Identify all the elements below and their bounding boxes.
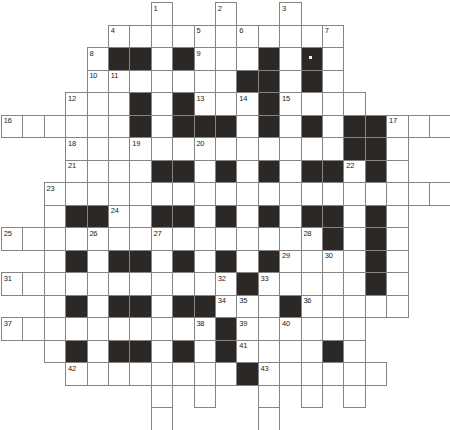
white-cell-r1c13[interactable] bbox=[279, 25, 301, 49]
white-cell-r4c10[interactable] bbox=[215, 92, 237, 116]
white-cell-r5c0[interactable]: 16 bbox=[1, 115, 23, 139]
white-cell-r6c12[interactable] bbox=[258, 137, 280, 161]
black-cell-r5c17 bbox=[365, 115, 387, 139]
white-cell-r15c9[interactable] bbox=[194, 340, 216, 364]
white-cell-r2c13[interactable] bbox=[279, 47, 301, 71]
white-cell-r10c7[interactable]: 27 bbox=[151, 227, 173, 251]
clue-number-13: 13 bbox=[196, 94, 204, 103]
white-cell-r10c9[interactable] bbox=[194, 227, 216, 251]
white-cell-r6c8[interactable] bbox=[172, 137, 194, 161]
white-cell-r16c5[interactable] bbox=[108, 362, 130, 386]
white-cell-r16c6[interactable] bbox=[129, 362, 151, 386]
black-cell-r5c14 bbox=[301, 115, 323, 139]
white-cell-r6c4[interactable] bbox=[87, 137, 109, 161]
white-cell-r4c7[interactable] bbox=[151, 92, 173, 116]
white-cell-r6c18[interactable] bbox=[386, 137, 408, 161]
white-cell-r9c11[interactable] bbox=[236, 205, 258, 229]
white-cell-r5c2[interactable] bbox=[44, 115, 66, 139]
clue-number-17: 17 bbox=[389, 116, 397, 125]
white-cell-r16c10[interactable] bbox=[215, 362, 237, 386]
white-cell-r14c14[interactable] bbox=[301, 317, 323, 341]
white-cell-r10c6[interactable] bbox=[129, 227, 151, 251]
white-cell-r15c2[interactable] bbox=[44, 340, 66, 364]
clue-number-24: 24 bbox=[111, 206, 119, 215]
white-cell-r16c8[interactable] bbox=[172, 362, 194, 386]
white-cell-r8c13[interactable] bbox=[279, 182, 301, 206]
white-cell-r3c10[interactable] bbox=[215, 70, 237, 94]
white-cell-r11c4[interactable] bbox=[87, 250, 109, 274]
white-cell-r1c9[interactable]: 5 bbox=[194, 25, 216, 49]
white-cell-r13c4[interactable] bbox=[87, 295, 109, 319]
black-cell-r11c10 bbox=[215, 250, 237, 274]
white-cell-r14c8[interactable] bbox=[172, 317, 194, 341]
clue-number-38: 38 bbox=[196, 319, 204, 328]
white-cell-r7c13[interactable] bbox=[279, 160, 301, 184]
white-cell-r17c16[interactable] bbox=[343, 385, 365, 409]
clue-number-6: 6 bbox=[239, 26, 243, 35]
white-cell-r1c6[interactable] bbox=[129, 25, 151, 49]
black-cell-r9c8 bbox=[172, 205, 194, 229]
white-cell-r13c7[interactable] bbox=[151, 295, 173, 319]
white-cell-r14c7[interactable] bbox=[151, 317, 173, 341]
white-cell-r9c18[interactable] bbox=[386, 205, 408, 229]
white-cell-r11c16[interactable] bbox=[343, 250, 365, 274]
white-cell-r2c7[interactable] bbox=[151, 47, 173, 71]
black-cell-r13c9 bbox=[194, 295, 216, 319]
black-cell-r9c4 bbox=[87, 205, 109, 229]
black-cell-r10c17 bbox=[365, 227, 387, 251]
black-cell-r15c3 bbox=[65, 340, 87, 364]
white-cell-r11c9[interactable] bbox=[194, 250, 216, 274]
black-cell-r10c15 bbox=[322, 227, 344, 251]
white-cell-r1c12[interactable] bbox=[258, 25, 280, 49]
white-cell-r5c11[interactable] bbox=[236, 115, 258, 139]
white-cell-r16c13[interactable] bbox=[279, 362, 301, 386]
white-cell-r14c6[interactable] bbox=[129, 317, 151, 341]
black-cell-r9c14 bbox=[301, 205, 323, 229]
white-cell-r13c11[interactable]: 35 bbox=[236, 295, 258, 319]
black-cell-r7c17 bbox=[365, 160, 387, 184]
white-cell-r1c5[interactable]: 4 bbox=[108, 25, 130, 49]
white-cell-r12c4[interactable] bbox=[87, 272, 109, 296]
white-cell-r12c5[interactable] bbox=[108, 272, 130, 296]
white-cell-r15c16[interactable] bbox=[343, 340, 365, 364]
white-cell-r2c9[interactable]: 9 bbox=[194, 47, 216, 71]
white-cell-r12c16[interactable] bbox=[343, 272, 365, 296]
white-cell-r13c18[interactable] bbox=[386, 295, 408, 319]
white-cell-r10c14[interactable]: 28 bbox=[301, 227, 323, 251]
white-cell-r6c3[interactable]: 18 bbox=[65, 137, 87, 161]
white-cell-r10c11[interactable] bbox=[236, 227, 258, 251]
black-cell-r12c17 bbox=[365, 272, 387, 296]
white-cell-r10c10[interactable] bbox=[215, 227, 237, 251]
white-cell-r5c15[interactable] bbox=[322, 115, 344, 139]
white-cell-r12c15[interactable] bbox=[322, 272, 344, 296]
white-cell-r4c11[interactable]: 14 bbox=[236, 92, 258, 116]
white-cell-r14c0[interactable]: 37 bbox=[1, 317, 23, 341]
black-cell-r6c17 bbox=[365, 137, 387, 161]
white-cell-r6c10[interactable] bbox=[215, 137, 237, 161]
black-cell-r15c8 bbox=[172, 340, 194, 364]
clue-number-18: 18 bbox=[68, 139, 76, 148]
black-cell-r7c7 bbox=[151, 160, 173, 184]
white-cell-r6c13[interactable] bbox=[279, 137, 301, 161]
white-cell-r8c12[interactable] bbox=[258, 182, 280, 206]
white-cell-r3c4[interactable]: 10 bbox=[87, 70, 109, 94]
white-cell-r10c16[interactable] bbox=[343, 227, 365, 251]
white-cell-r11c15[interactable]: 30 bbox=[322, 250, 344, 274]
white-cell-r10c1[interactable] bbox=[22, 227, 44, 251]
white-cell-r16c12[interactable]: 43 bbox=[258, 362, 280, 386]
white-cell-r12c0[interactable]: 31 bbox=[1, 272, 23, 296]
black-cell-r5c6 bbox=[129, 115, 151, 139]
white-cell-r12c1[interactable] bbox=[22, 272, 44, 296]
white-cell-r10c0[interactable]: 25 bbox=[1, 227, 23, 251]
white-cell-r11c7[interactable] bbox=[151, 250, 173, 274]
black-cell-r9c7 bbox=[151, 205, 173, 229]
white-cell-r9c16[interactable] bbox=[343, 205, 365, 229]
white-cell-r5c1[interactable] bbox=[22, 115, 44, 139]
white-cell-r13c17[interactable] bbox=[365, 295, 387, 319]
white-cell-r9c2[interactable] bbox=[44, 205, 66, 229]
white-cell-r1c11[interactable]: 6 bbox=[236, 25, 258, 49]
white-cell-r8c4[interactable] bbox=[87, 182, 109, 206]
white-cell-r1c15[interactable]: 7 bbox=[322, 25, 344, 49]
white-cell-r7c6[interactable] bbox=[129, 160, 151, 184]
clue-number-4: 4 bbox=[111, 26, 115, 35]
black-cell-r13c6 bbox=[129, 295, 151, 319]
black-cell-r15c15 bbox=[322, 340, 344, 364]
white-cell-r4c14[interactable] bbox=[301, 92, 323, 116]
clue-number-1: 1 bbox=[154, 4, 158, 13]
white-cell-r10c18[interactable] bbox=[386, 227, 408, 251]
white-cell-r6c9[interactable]: 20 bbox=[194, 137, 216, 161]
white-cell-r4c9[interactable]: 13 bbox=[194, 92, 216, 116]
white-cell-r6c15[interactable] bbox=[322, 137, 344, 161]
white-cell-r5c5[interactable] bbox=[108, 115, 130, 139]
white-cell-r8c10[interactable] bbox=[215, 182, 237, 206]
white-cell-r14c12[interactable] bbox=[258, 317, 280, 341]
white-cell-r1c10[interactable] bbox=[215, 25, 237, 49]
white-cell-r15c14[interactable] bbox=[301, 340, 323, 364]
clue-number-28: 28 bbox=[303, 229, 311, 238]
black-cell-r16c11 bbox=[236, 362, 258, 386]
white-cell-r8c11[interactable] bbox=[236, 182, 258, 206]
black-cell-r14c10 bbox=[215, 317, 237, 341]
white-cell-r5c20[interactable] bbox=[429, 115, 450, 139]
white-cell-r16c15[interactable] bbox=[322, 362, 344, 386]
white-cell-r2c10[interactable] bbox=[215, 47, 237, 71]
white-cell-r6c7[interactable] bbox=[151, 137, 173, 161]
white-cell-r2c4[interactable]: 8 bbox=[87, 47, 109, 71]
white-cell-r12c13[interactable] bbox=[279, 272, 301, 296]
white-cell-r12c3[interactable] bbox=[65, 272, 87, 296]
white-cell-r14c9[interactable]: 38 bbox=[194, 317, 216, 341]
white-cell-r12c2[interactable] bbox=[44, 272, 66, 296]
black-cell-r5c8 bbox=[172, 115, 194, 139]
white-cell-r10c2[interactable] bbox=[44, 227, 66, 251]
white-cell-r17c9[interactable] bbox=[194, 385, 216, 409]
black-cell-r6c16 bbox=[343, 137, 365, 161]
white-cell-r15c13[interactable] bbox=[279, 340, 301, 364]
white-cell-r1c14[interactable] bbox=[301, 25, 323, 49]
black-cell-r9c12 bbox=[258, 205, 280, 229]
white-cell-r7c3[interactable]: 21 bbox=[65, 160, 87, 184]
black-cell-r7c12 bbox=[258, 160, 280, 184]
clue-number-40: 40 bbox=[282, 319, 290, 328]
white-cell-r5c18[interactable]: 17 bbox=[386, 115, 408, 139]
white-cell-r5c3[interactable] bbox=[65, 115, 87, 139]
clue-number-9: 9 bbox=[196, 49, 200, 58]
white-cell-r14c3[interactable] bbox=[65, 317, 87, 341]
clue-number-41: 41 bbox=[239, 341, 247, 350]
white-cell-r8c18[interactable] bbox=[386, 182, 408, 206]
clue-number-31: 31 bbox=[4, 274, 12, 283]
white-cell-r14c15[interactable] bbox=[322, 317, 344, 341]
white-cell-r10c8[interactable] bbox=[172, 227, 194, 251]
white-cell-r16c17[interactable] bbox=[365, 362, 387, 386]
white-cell-r9c13[interactable] bbox=[279, 205, 301, 229]
clue-number-19: 19 bbox=[132, 139, 140, 148]
white-cell-r7c16[interactable]: 22 bbox=[343, 160, 365, 184]
black-cell-r11c5 bbox=[108, 250, 130, 274]
clue-number-8: 8 bbox=[89, 49, 93, 58]
white-cell-r13c16[interactable] bbox=[343, 295, 365, 319]
white-cell-r16c14[interactable] bbox=[301, 362, 323, 386]
white-cell-r8c17[interactable] bbox=[365, 182, 387, 206]
crossword-grid: 1234567891011121314151617181920212223242… bbox=[0, 0, 450, 430]
white-cell-r9c5[interactable]: 24 bbox=[108, 205, 130, 229]
white-cell-r3c7[interactable] bbox=[151, 70, 173, 94]
clue-number-25: 25 bbox=[4, 229, 12, 238]
white-cell-r12c10[interactable]: 32 bbox=[215, 272, 237, 296]
white-cell-r7c11[interactable] bbox=[236, 160, 258, 184]
black-cell-r4c6 bbox=[129, 92, 151, 116]
white-cell-r4c16[interactable] bbox=[343, 92, 365, 116]
white-cell-r6c14[interactable] bbox=[301, 137, 323, 161]
white-cell-r16c4[interactable] bbox=[87, 362, 109, 386]
white-cell-r15c7[interactable] bbox=[151, 340, 173, 364]
crossword-page: 1234567891011121314151617181920212223242… bbox=[0, 0, 450, 430]
white-cell-r8c8[interactable] bbox=[172, 182, 194, 206]
white-cell-r11c2[interactable] bbox=[44, 250, 66, 274]
white-cell-r0c13[interactable]: 3 bbox=[279, 2, 301, 26]
clue-number-22: 22 bbox=[346, 161, 354, 170]
black-cell-r11c3 bbox=[65, 250, 87, 274]
white-cell-r12c18[interactable] bbox=[386, 272, 408, 296]
white-cell-r15c4[interactable] bbox=[87, 340, 109, 364]
white-cell-r4c13[interactable]: 15 bbox=[279, 92, 301, 116]
clue-number-37: 37 bbox=[4, 319, 12, 328]
white-cell-r1c7[interactable] bbox=[151, 25, 173, 49]
white-cell-r14c11[interactable]: 39 bbox=[236, 317, 258, 341]
black-cell-r15c6 bbox=[129, 340, 151, 364]
black-cell-r13c5 bbox=[108, 295, 130, 319]
black-cell-r13c13 bbox=[279, 295, 301, 319]
white-cell-r4c5[interactable] bbox=[108, 92, 130, 116]
clue-number-14: 14 bbox=[239, 94, 247, 103]
white-cell-r4c4[interactable] bbox=[87, 92, 109, 116]
white-cell-r3c5[interactable]: 11 bbox=[108, 70, 130, 94]
white-cell-r11c14[interactable] bbox=[301, 250, 323, 274]
white-cell-r7c18[interactable] bbox=[386, 160, 408, 184]
clue-number-11: 11 bbox=[111, 71, 118, 80]
white-cell-r4c15[interactable] bbox=[322, 92, 344, 116]
black-cell-r5c12 bbox=[258, 115, 280, 139]
white-cell-r9c9[interactable] bbox=[194, 205, 216, 229]
white-cell-r0c10[interactable]: 2 bbox=[215, 2, 237, 26]
black-cell-r11c6 bbox=[129, 250, 151, 274]
black-cell-r13c8 bbox=[172, 295, 194, 319]
white-cell-r12c12[interactable]: 33 bbox=[258, 272, 280, 296]
white-cell-r13c14[interactable]: 36 bbox=[301, 295, 323, 319]
white-cell-r11c18[interactable] bbox=[386, 250, 408, 274]
white-cell-r14c2[interactable] bbox=[44, 317, 66, 341]
black-cell-r2c6 bbox=[129, 47, 151, 71]
clue-number-2: 2 bbox=[218, 4, 222, 13]
clue-number-10: 10 bbox=[89, 71, 97, 80]
clue-number-35: 35 bbox=[239, 296, 247, 305]
white-cell-r14c1[interactable] bbox=[22, 317, 44, 341]
black-cell-r3c11 bbox=[236, 70, 258, 94]
clue-number-5: 5 bbox=[196, 26, 200, 35]
white-cell-r1c8[interactable] bbox=[172, 25, 194, 49]
black-cell-r9c10 bbox=[215, 205, 237, 229]
white-cell-r3c13[interactable] bbox=[279, 70, 301, 94]
white-cell-r5c19[interactable] bbox=[408, 115, 430, 139]
white-cell-r10c4[interactable]: 26 bbox=[87, 227, 109, 251]
white-cell-r14c5[interactable] bbox=[108, 317, 130, 341]
clue-number-33: 33 bbox=[261, 274, 269, 283]
white-cell-r6c11[interactable] bbox=[236, 137, 258, 161]
black-cell-r2c8 bbox=[172, 47, 194, 71]
black-cell-r11c12 bbox=[258, 250, 280, 274]
white-cell-r12c7[interactable] bbox=[151, 272, 173, 296]
white-cell-r8c6[interactable] bbox=[129, 182, 151, 206]
white-cell-r6c6[interactable]: 19 bbox=[129, 137, 151, 161]
black-cell-r11c17 bbox=[365, 250, 387, 274]
white-cell-r11c13[interactable]: 29 bbox=[279, 250, 301, 274]
white-cell-r12c9[interactable] bbox=[194, 272, 216, 296]
white-cell-r7c5[interactable] bbox=[108, 160, 130, 184]
white-cell-r3c9[interactable] bbox=[194, 70, 216, 94]
white-cell-r5c4[interactable] bbox=[87, 115, 109, 139]
white-cell-r10c13[interactable] bbox=[279, 227, 301, 251]
white-cell-r8c19[interactable] bbox=[408, 182, 430, 206]
white-cell-r17c7[interactable] bbox=[151, 385, 173, 409]
black-cell-r7c14 bbox=[301, 160, 323, 184]
white-cell-r0c7[interactable]: 1 bbox=[151, 2, 173, 26]
black-cell-r4c12 bbox=[258, 92, 280, 116]
clue-number-7: 7 bbox=[325, 26, 329, 35]
white-cell-r8c3[interactable] bbox=[65, 182, 87, 206]
clue-number-39: 39 bbox=[239, 319, 247, 328]
white-cell-r2c11[interactable] bbox=[236, 47, 258, 71]
white-cell-r14c4[interactable] bbox=[87, 317, 109, 341]
white-cell-r8c14[interactable] bbox=[301, 182, 323, 206]
black-cell-r4c8 bbox=[172, 92, 194, 116]
black-cell-r3c14 bbox=[301, 70, 323, 94]
clue-number-34: 34 bbox=[218, 296, 226, 305]
clue-number-20: 20 bbox=[196, 139, 204, 148]
white-cell-r3c8[interactable] bbox=[172, 70, 194, 94]
white-cell-r16c9[interactable] bbox=[194, 362, 216, 386]
white-cell-r18c7[interactable] bbox=[151, 407, 173, 430]
white-cell-r5c13[interactable] bbox=[279, 115, 301, 139]
white-cell-r13c12[interactable] bbox=[258, 295, 280, 319]
white-cell-r13c15[interactable] bbox=[322, 295, 344, 319]
clue-number-3: 3 bbox=[282, 4, 286, 13]
white-cell-r8c7[interactable] bbox=[151, 182, 173, 206]
white-cell-r12c14[interactable] bbox=[301, 272, 323, 296]
white-cell-r16c7[interactable] bbox=[151, 362, 173, 386]
white-cell-r4c3[interactable]: 12 bbox=[65, 92, 87, 116]
clue-number-36: 36 bbox=[303, 296, 311, 305]
white-cell-r9c6[interactable] bbox=[129, 205, 151, 229]
clue-number-12: 12 bbox=[68, 94, 76, 103]
white-cell-r15c11[interactable]: 41 bbox=[236, 340, 258, 364]
white-cell-r8c20[interactable] bbox=[429, 182, 450, 206]
white-cell-r2c15[interactable] bbox=[322, 47, 344, 71]
white-cell-r7c9[interactable] bbox=[194, 160, 216, 184]
white-cell-r7c4[interactable] bbox=[87, 160, 109, 184]
white-cell-r13c2[interactable] bbox=[44, 295, 66, 319]
black-cell-r3c12 bbox=[258, 70, 280, 94]
white-cell-r16c16[interactable] bbox=[343, 362, 365, 386]
clue-number-43: 43 bbox=[261, 364, 269, 373]
clue-number-26: 26 bbox=[89, 229, 97, 238]
black-cell-r7c10 bbox=[215, 160, 237, 184]
white-cell-r18c12[interactable] bbox=[258, 407, 280, 430]
black-cell-r9c3 bbox=[65, 205, 87, 229]
black-cell-r5c16 bbox=[343, 115, 365, 139]
white-cell-r11c11[interactable] bbox=[236, 250, 258, 274]
white-cell-r10c3[interactable] bbox=[65, 227, 87, 251]
white-cell-r14c13[interactable]: 40 bbox=[279, 317, 301, 341]
white-cell-r10c12[interactable] bbox=[258, 227, 280, 251]
white-cell-r8c16[interactable] bbox=[343, 182, 365, 206]
white-cell-r3c6[interactable] bbox=[129, 70, 151, 94]
black-cell-r5c10 bbox=[215, 115, 237, 139]
black-cell-r9c17 bbox=[365, 205, 387, 229]
white-cell-r12c8[interactable] bbox=[172, 272, 194, 296]
white-cell-r17c14[interactable] bbox=[301, 385, 323, 409]
black-cell-r15c10 bbox=[215, 340, 237, 364]
white-cell-r17c12[interactable] bbox=[258, 385, 280, 409]
white-cell-r13c10[interactable]: 34 bbox=[215, 295, 237, 319]
white-cell-r8c15[interactable] bbox=[322, 182, 344, 206]
white-cell-r12c6[interactable] bbox=[129, 272, 151, 296]
white-cell-r15c12[interactable] bbox=[258, 340, 280, 364]
white-cell-r5c7[interactable] bbox=[151, 115, 173, 139]
black-cell-r15c5 bbox=[108, 340, 130, 364]
white-cell-r3c15[interactable] bbox=[322, 70, 344, 94]
white-cell-r10c5[interactable] bbox=[108, 227, 130, 251]
black-cell-r11c8 bbox=[172, 250, 194, 274]
clue-number-30: 30 bbox=[325, 251, 333, 260]
white-cell-r8c2[interactable]: 23 bbox=[44, 182, 66, 206]
clue-number-15: 15 bbox=[282, 94, 290, 103]
clue-number-16: 16 bbox=[4, 116, 12, 125]
black-cell-r2c14 bbox=[301, 47, 323, 71]
white-cell-r6c5[interactable] bbox=[108, 137, 130, 161]
white-cell-r8c9[interactable] bbox=[194, 182, 216, 206]
black-cell-r2c12 bbox=[258, 47, 280, 71]
clue-number-29: 29 bbox=[282, 251, 290, 260]
white-cell-r8c5[interactable] bbox=[108, 182, 130, 206]
white-cell-r16c3[interactable]: 42 bbox=[65, 362, 87, 386]
white-cell-r14c16[interactable] bbox=[343, 317, 365, 341]
